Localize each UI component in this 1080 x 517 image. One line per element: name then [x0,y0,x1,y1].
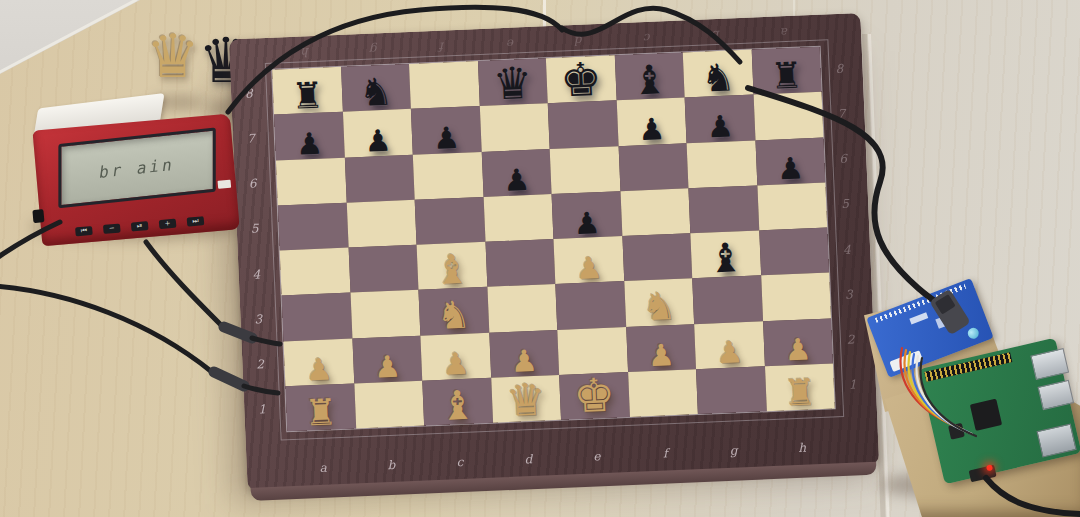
square-g6 [687,140,757,188]
square-b4 [348,245,418,293]
square-d4 [485,239,555,287]
square-a5 [278,202,348,250]
rank-labels-right: 87654321 [835,45,864,407]
square-b8: ♞ [341,64,411,112]
rank-label-1: 1 [258,403,272,416]
square-e4: ♟ [553,236,623,284]
square-g7: ♟ [685,95,755,143]
square-h7 [753,92,823,140]
square-e7 [548,101,618,149]
square-h3 [761,273,831,321]
black-pawn-f7: ♟ [638,115,666,145]
black-bishop-g4: ♝ [707,238,744,277]
square-g4: ♝ [690,230,760,278]
white-knight-c3: ♞ [436,297,472,334]
square-e8: ♚ [546,55,616,103]
square-a7: ♟ [274,112,344,160]
file-label-top-g: g [340,41,409,57]
square-b1 [354,380,424,428]
board-squares: ♜♞♛♚♝♞♜♟♟♟♟♟♟♟♟♝♟♝♞♞♟♟♟♟♟♟♟♜♝♛♚♜ [272,47,835,432]
white-bishop-c1: ♝ [439,385,476,424]
clock-button-2: ⏯ [131,221,149,231]
pcb-capacitor [966,326,980,340]
dgt-clock: br ain ⏮−⏯+⏭ [30,88,240,247]
square-b3 [350,290,420,338]
square-e2 [557,327,627,375]
square-f8: ♝ [614,52,684,100]
spare-white-queen: ♛ [146,26,200,86]
black-queen-d8: ♛ [492,62,533,105]
file-label-b: b [357,458,426,475]
square-f6 [618,143,688,191]
square-a8: ♜ [272,67,342,115]
white-rook-h1: ♜ [783,375,817,411]
rank-label-right-2: 2 [847,333,861,346]
clock-lcd: br ain [58,127,215,208]
rank-label-right-5: 5 [841,198,855,211]
square-c8 [409,61,479,109]
white-king-e1: ♚ [573,374,616,419]
clock-button-1: − [103,224,121,234]
rank-label-right-3: 3 [845,288,859,301]
square-a1: ♜ [285,383,355,431]
file-label-f: f [631,446,700,463]
dgt-board: ♜♞♛♚♝♞♜♟♟♟♟♟♟♟♟♝♟♝♞♞♟♟♟♟♟♟♟♜♝♛♚♜ abcdefg… [229,13,879,491]
square-c3: ♞ [418,287,488,335]
square-h5 [757,182,827,230]
file-label-top-f: f [408,38,477,54]
clock-power-jack [32,209,44,223]
file-label-e: e [562,449,631,466]
black-pawn-d6: ♟ [503,166,531,196]
square-h2: ♟ [763,318,833,366]
white-pawn-d2: ♟ [510,347,538,377]
rank-label-4: 4 [252,268,266,281]
file-label-top-e: e [476,35,545,51]
white-queen-d1: ♛ [505,379,546,422]
square-g3 [692,276,762,324]
pi-ethernet-port [1037,423,1077,457]
square-f1 [628,369,698,417]
square-f3: ♞ [624,278,694,326]
photo-dgt-chess-setup: { "game": "chess", "scene_title": "DGT e… [0,0,1080,517]
square-f5 [620,188,690,236]
square-g5 [688,185,758,233]
clock-label-sticker [218,180,232,189]
clock-lcd-text: br ain [98,154,176,181]
file-label-g: g [699,443,768,460]
square-e3 [555,281,625,329]
white-pawn-c2: ♟ [442,350,470,380]
square-e1: ♚ [559,372,629,420]
black-pawn-g7: ♟ [706,112,734,142]
clock-body: br ain ⏮−⏯+⏭ [32,114,239,247]
black-bishop-f8: ♝ [631,60,668,99]
square-g1 [696,366,766,414]
pi-usb-port-2 [1038,380,1075,411]
file-label-top-a: a [750,24,819,40]
square-c5 [415,197,485,245]
black-pawn-c7: ♟ [432,124,460,154]
rank-label-right-7: 7 [837,107,851,120]
rank-label-5: 5 [251,222,265,235]
rank-label-right-4: 4 [843,243,857,256]
white-rook-a1: ♜ [304,395,338,431]
file-label-top-h: h [271,44,340,60]
rank-label-6: 6 [249,177,263,190]
square-c2: ♟ [420,332,490,380]
black-pawn-b7: ♟ [364,127,392,157]
board-frame: ♜♞♛♚♝♞♜♟♟♟♟♟♟♟♟♝♟♝♞♞♟♟♟♟♟♟♟♜♝♛♚♜ abcdefg… [229,13,879,491]
black-rook-h8: ♜ [770,59,804,95]
square-e6 [550,146,620,194]
black-pawn-h6: ♟ [776,155,804,185]
square-h4 [759,228,829,276]
rank-label-right-6: 6 [839,153,853,166]
black-rook-a8: ♜ [291,79,325,115]
square-c4: ♝ [417,242,487,290]
black-knight-b8: ♞ [358,74,394,111]
black-knight-g8: ♞ [700,59,736,96]
square-d7 [479,103,549,151]
white-pawn-g2: ♟ [716,338,744,368]
file-label-a: a [289,460,358,477]
pcb-silkscreen [909,312,928,324]
square-f7: ♟ [616,98,686,146]
square-f4 [622,233,692,281]
file-label-d: d [494,452,563,469]
square-h6: ♟ [755,137,825,185]
file-label-c: c [425,455,494,472]
rank-label-3: 3 [254,313,268,326]
square-d2: ♟ [489,329,559,377]
square-g8: ♞ [683,50,753,98]
square-b5 [346,200,416,248]
floor-corner [0,0,140,74]
white-knight-f3: ♞ [641,288,677,325]
square-g2: ♟ [694,321,764,369]
square-a6 [276,157,346,205]
square-d6: ♟ [481,149,551,197]
clock-board-cable [146,242,222,326]
square-b6 [344,154,414,202]
pi-usb-port [1030,348,1069,380]
rank-label-7: 7 [247,132,261,145]
table-cable [0,286,212,372]
pcb-silkscreen-2 [935,316,948,329]
square-h1: ♜ [764,363,834,411]
square-b2: ♟ [352,335,422,383]
white-pawn-f2: ♟ [647,341,675,371]
square-b7: ♟ [342,109,412,157]
square-d1: ♛ [491,375,561,423]
black-pawn-a7: ♟ [295,130,323,160]
black-king-e8: ♚ [560,57,603,102]
black-pawn-e5: ♟ [573,209,601,239]
square-e5: ♟ [552,191,622,239]
white-pawn-b2: ♟ [373,353,401,383]
rank-label-right-8: 8 [835,62,849,75]
square-c1: ♝ [422,378,492,426]
square-h8: ♜ [751,47,821,95]
clock-button-3: + [159,219,177,229]
rank-label-8: 8 [245,87,259,100]
white-pawn-e4: ♟ [575,254,603,284]
clock-button-4: ⏭ [187,216,205,226]
rank-label-right-1: 1 [849,379,863,392]
square-d8: ♛ [477,58,547,106]
square-c6 [413,151,483,199]
square-a4 [280,248,350,296]
square-a2: ♟ [283,338,353,386]
rank-labels-left: 87654321 [244,70,273,432]
pi-chip [948,423,965,440]
square-d3 [487,284,557,332]
square-a3 [282,293,352,341]
white-pawn-h2: ♟ [784,336,812,366]
square-d5 [483,194,553,242]
file-label-top-d: d [545,32,614,48]
file-label-top-b: b [682,27,751,43]
clock-button-0: ⏮ [75,226,93,236]
white-pawn-a2: ♟ [305,356,333,386]
rank-label-2: 2 [256,358,270,371]
white-bishop-c4: ♝ [433,250,470,289]
square-f2: ♟ [626,324,696,372]
pi-soc-chip [970,399,1002,431]
file-label-h: h [768,440,837,457]
file-label-top-c: c [613,29,682,45]
square-c7: ♟ [411,106,481,154]
